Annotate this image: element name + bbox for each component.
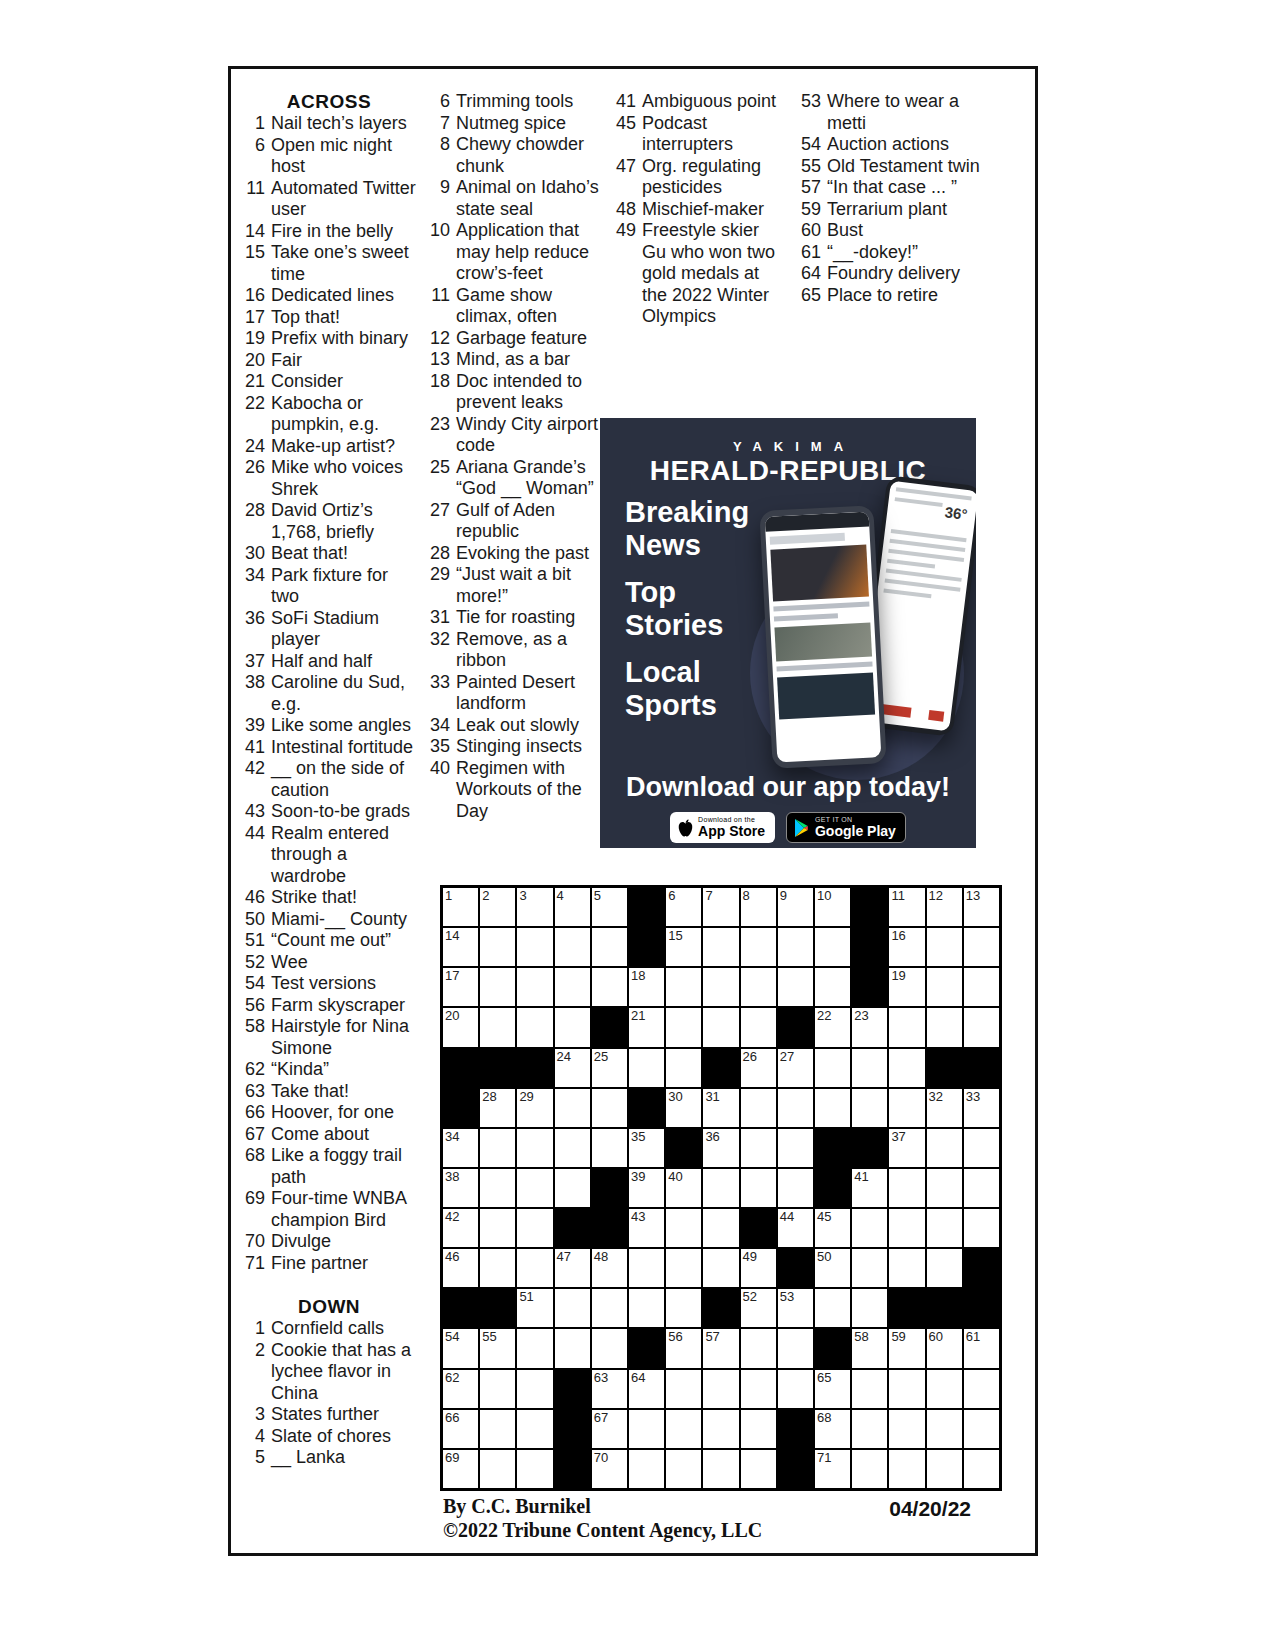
grid-cell-r12c8[interactable]: 57 [702,1328,739,1368]
clue-across-44: 44Realm entered through a wardrobe [239,823,419,888]
grid-cell-r11c7[interactable] [665,1288,702,1328]
grid-cell-r8c3[interactable] [516,1168,553,1208]
clue-down-4: 4Slate of chores [239,1426,419,1448]
clue-across-15: 15Take one’s sweet time [239,242,419,285]
app-store-badge[interactable]: Download on the App Store [670,812,775,843]
clue-number: 26 [239,457,271,500]
grid-cell-r3c3[interactable] [516,967,553,1007]
grid-cell-r1c8[interactable]: 7 [702,887,739,927]
grid-cell-r12c2[interactable]: 55 [479,1328,516,1368]
cell-number: 61 [966,1329,980,1344]
grid-cell-r5c10[interactable]: 27 [777,1048,814,1088]
grid-cell-r13c3[interactable] [516,1369,553,1409]
grid-cell-r10c1[interactable]: 46 [442,1248,479,1288]
grid-cell-r1c9[interactable]: 8 [740,887,777,927]
newspaper-puzzle-page: { "game": "crossword", "headers": { "acr… [0,0,1265,1638]
grid-cell-r6c6 [628,1088,665,1128]
grid-cell-r13c13[interactable] [888,1369,925,1409]
clue-text: Take one’s sweet time [271,242,419,285]
clue-across-39: 39Like some angles [239,715,419,737]
clue-section: 53Where to wear a metti54Auction actions… [795,91,981,306]
grid-cell-r11c12[interactable] [851,1288,888,1328]
grid-cell-r14c9[interactable] [740,1409,777,1449]
cell-number: 47 [557,1249,571,1264]
grid-cell-r6c3[interactable]: 29 [516,1088,553,1128]
clue-across-36: 36SoFi Stadium player [239,608,419,651]
grid-cell-r5c9[interactable]: 26 [740,1048,777,1088]
grid-cell-r7c5[interactable] [591,1128,628,1168]
grid-cell-r1c10[interactable]: 9 [777,887,814,927]
grid-cell-r6c1 [442,1088,479,1128]
grid-cell-r13c5[interactable]: 63 [591,1369,628,1409]
grid-cell-r4c15[interactable] [963,1007,1000,1047]
clue-text: Prefix with binary [271,328,419,350]
clue-number: 1 [239,1318,271,1340]
cell-number: 59 [891,1329,905,1344]
grid-cell-r10c12[interactable] [851,1248,888,1288]
grid-cell-r12c14[interactable]: 60 [926,1328,963,1368]
grid-cell-r2c4[interactable] [554,927,591,967]
clue-number: 28 [239,500,271,543]
grid-cell-r1c1[interactable]: 1 [442,887,479,927]
grid-cell-r11c4[interactable] [554,1288,591,1328]
grid-cell-r2c5[interactable] [591,927,628,967]
grid-cell-r7c7 [665,1128,702,1168]
clue-number: 29 [424,564,456,607]
grid-cell-r8c1[interactable]: 38 [442,1168,479,1208]
grid-cell-r4c12[interactable]: 23 [851,1007,888,1047]
ad-feature: Breaking News [625,496,765,562]
clue-section: 6Trimming tools7Nutmeg spice8Chewy chowd… [424,91,599,822]
clue-across-54: 54Test versions [239,973,419,995]
copyright-line: ©2022 Tribune Content Agency, LLC [443,1519,762,1542]
grid-cell-r2c7[interactable]: 15 [665,927,702,967]
clue-across-17: 17Top that! [239,307,419,329]
grid-cell-r8c13[interactable] [888,1168,925,1208]
grid-cell-r6c12[interactable] [851,1088,888,1128]
grid-cell-r15c14[interactable] [926,1449,963,1489]
grid-cell-r14c1[interactable]: 66 [442,1409,479,1449]
clue-number: 70 [239,1231,271,1253]
grid-cell-r9c3[interactable] [516,1208,553,1248]
grid-cell-r3c5[interactable] [591,967,628,1007]
grid-cell-r1c2[interactable]: 2 [479,887,516,927]
clue-column-2: 6Trimming tools7Nutmeg spice8Chewy chowd… [424,91,599,822]
clue-number: 51 [239,930,271,952]
grid-cell-r3c10[interactable] [777,967,814,1007]
clue-number: 57 [795,177,827,199]
cell-number: 22 [817,1008,831,1023]
clue-number: 10 [424,220,456,285]
grid-cell-r13c11[interactable]: 65 [814,1369,851,1409]
clue-across-38: 38Caroline du Sud, e.g. [239,672,419,715]
grid-cell-r10c4[interactable]: 47 [554,1248,591,1288]
cell-number: 33 [966,1089,980,1104]
cell-number: 62 [445,1370,459,1385]
grid-cell-r13c1[interactable]: 62 [442,1369,479,1409]
clue-number: 3 [239,1404,271,1426]
grid-cell-r3c9[interactable] [740,967,777,1007]
grid-cell-r1c7[interactable]: 6 [665,887,702,927]
grid-cell-r11c2 [479,1288,516,1328]
grid-cell-r11c5[interactable] [591,1288,628,1328]
clue-down-3: 3States further [239,1404,419,1426]
grid-cell-r8c15[interactable] [963,1168,1000,1208]
grid-cell-r1c3[interactable]: 3 [516,887,553,927]
clue-number: 27 [424,500,456,543]
grid-cell-r15c3[interactable] [516,1449,553,1489]
grid-cell-r13c9[interactable] [740,1369,777,1409]
phone-screen [765,511,882,762]
google-play-badge[interactable]: GET IT ON Google Play [786,812,906,843]
grid-cell-r13c7[interactable] [665,1369,702,1409]
grid-cell-r13c6[interactable]: 64 [628,1369,665,1409]
grid-cell-r8c10[interactable] [777,1168,814,1208]
grid-cell-r8c5 [591,1168,628,1208]
grid-cell-r14c13[interactable] [888,1409,925,1449]
grid-cell-r4c1[interactable]: 20 [442,1007,479,1047]
clue-number: 36 [239,608,271,651]
grid-cell-r7c9[interactable] [740,1128,777,1168]
grid-cell-r14c5[interactable]: 67 [591,1409,628,1449]
clue-across-41: 41Intestinal fortitude [239,737,419,759]
grid-cell-r15c7[interactable] [665,1449,702,1489]
grid-cell-r13c12[interactable] [851,1369,888,1409]
clue-number: 5 [239,1447,271,1469]
cell-number: 9 [780,888,787,903]
grid-cell-r12c10[interactable] [777,1328,814,1368]
grid-cell-r13c10[interactable] [777,1369,814,1409]
clue-number: 39 [239,715,271,737]
grid-cell-r14c15[interactable] [963,1409,1000,1449]
grid-cell-r12c12[interactable]: 58 [851,1328,888,1368]
clue-across-66: 66Hoover, for one [239,1102,419,1124]
grid-cell-r6c15[interactable]: 33 [963,1088,1000,1128]
clue-down-64: 64Foundry delivery [795,263,981,285]
grid-cell-r9c8[interactable] [702,1208,739,1248]
grid-cell-r14c6[interactable] [628,1409,665,1449]
grid-cell-r13c2[interactable] [479,1369,516,1409]
clue-number: 68 [239,1145,271,1188]
grid-cell-r7c8[interactable]: 36 [702,1128,739,1168]
grid-cell-r10c8[interactable] [702,1248,739,1288]
grid-cell-r15c15[interactable] [963,1449,1000,1489]
cell-number: 67 [594,1410,608,1425]
grid-cell-r6c5[interactable] [591,1088,628,1128]
clue-across-67: 67Come about [239,1124,419,1146]
grid-cell-r4c8[interactable] [702,1007,739,1047]
grid-cell-r15c5[interactable]: 70 [591,1449,628,1489]
cell-number: 58 [854,1329,868,1344]
grid-cell-r5c5[interactable]: 25 [591,1048,628,1088]
grid-cell-r3c6[interactable]: 18 [628,967,665,1007]
cell-number: 41 [854,1169,868,1184]
grid-cell-r1c11[interactable]: 10 [814,887,851,927]
grid-cell-r6c11[interactable] [814,1088,851,1128]
grid-cell-r15c2[interactable] [479,1449,516,1489]
grid-cell-r10c9[interactable]: 49 [740,1248,777,1288]
grid-cell-r2c15[interactable] [963,927,1000,967]
clue-text: Hairstyle for Nina Simone [271,1016,419,1059]
grid-cell-r8c8[interactable] [702,1168,739,1208]
grid-cell-r14c14[interactable] [926,1409,963,1449]
grid-cell-r15c13[interactable] [888,1449,925,1489]
grid-cell-r7c14[interactable] [926,1128,963,1168]
grid-cell-r10c14[interactable] [926,1248,963,1288]
grid-cell-r10c3[interactable] [516,1248,553,1288]
cell-number: 15 [668,928,682,943]
grid-cell-r8c4[interactable] [554,1168,591,1208]
grid-cell-r11c11[interactable] [814,1288,851,1328]
grid-cell-r12c9[interactable] [740,1328,777,1368]
clue-across-1: 1Nail tech’s layers [239,113,419,135]
grid-cell-r9c2[interactable] [479,1208,516,1248]
grid-cell-r9c11[interactable]: 45 [814,1208,851,1248]
grid-cell-r8c2[interactable] [479,1168,516,1208]
cell-number: 28 [482,1089,496,1104]
clue-number: 7 [424,113,456,135]
clue-number: 54 [239,973,271,995]
phone-mockups: 36° [748,466,976,776]
grid-cell-r14c11[interactable]: 68 [814,1409,851,1449]
grid-cell-r9c1[interactable]: 42 [442,1208,479,1248]
grid-cell-r7c10[interactable] [777,1128,814,1168]
clue-number: 42 [239,758,271,801]
grid-cell-r15c6[interactable] [628,1449,665,1489]
cell-number: 17 [445,968,459,983]
grid-cell-r12c7[interactable]: 56 [665,1328,702,1368]
grid-cell-r14c12[interactable] [851,1409,888,1449]
clue-text: Application that may help reduce crow’s-… [456,220,599,285]
phone-mockup-news [759,505,886,769]
grid-cell-r4c6[interactable]: 21 [628,1007,665,1047]
grid-cell-r4c2[interactable] [479,1007,516,1047]
grid-cell-r6c7[interactable]: 30 [665,1088,702,1128]
grid-cell-r12c13[interactable]: 59 [888,1328,925,1368]
clue-column-1: ACROSS1Nail tech’s layers6Open mic night… [239,91,419,1469]
clue-text: Remove, as a ribbon [456,629,599,672]
clue-down-57: 57“In that case ... ” [795,177,981,199]
grid-cell-r4c7[interactable] [665,1007,702,1047]
cell-number: 34 [445,1129,459,1144]
clue-text: “__-dokey!” [827,242,981,264]
grid-cell-r10c7[interactable] [665,1248,702,1288]
cell-number: 30 [668,1089,682,1104]
grid-cell-r7c15[interactable] [963,1128,1000,1168]
grid-cell-r15c11[interactable]: 71 [814,1449,851,1489]
grid-cell-r7c3[interactable] [516,1128,553,1168]
grid-cell-r4c14[interactable] [926,1007,963,1047]
clue-text: Leak out slowly [456,715,599,737]
grid-cell-r6c13[interactable] [888,1088,925,1128]
grid-cell-r6c9[interactable] [740,1088,777,1128]
grid-cell-r13c8[interactable] [702,1369,739,1409]
grid-cell-r3c14[interactable] [926,967,963,1007]
grid-cell-r14c4 [554,1409,591,1449]
cell-number: 60 [929,1329,943,1344]
grid-cell-r9c7[interactable] [665,1208,702,1248]
cell-number: 10 [817,888,831,903]
grid-cell-r3c15[interactable] [963,967,1000,1007]
grid-cell-r2c14[interactable] [926,927,963,967]
grid-cell-r5c7[interactable] [665,1048,702,1088]
clue-across-20: 20Fair [239,350,419,372]
cell-number: 8 [743,888,750,903]
grid-cell-r6c4[interactable] [554,1088,591,1128]
grid-cell-r1c5[interactable]: 5 [591,887,628,927]
grid-cell-r9c12[interactable] [851,1208,888,1248]
clue-text: Ariana Grande’s “God __ Woman” [456,457,599,500]
clue-number: 21 [239,371,271,393]
clue-across-11: 11Automated Twitter user [239,178,419,221]
grid-cell-r4c9[interactable] [740,1007,777,1047]
grid-cell-r13c14[interactable] [926,1369,963,1409]
clue-text: Caroline du Sud, e.g. [271,672,419,715]
grid-cell-r3c13[interactable]: 19 [888,967,925,1007]
grid-cell-r14c7[interactable] [665,1409,702,1449]
cell-number: 70 [594,1450,608,1465]
clue-section: 41Ambiguous point45Podcast interrupters4… [610,91,782,328]
clue-text: Fine partner [271,1253,419,1275]
grid-cell-r2c1[interactable]: 14 [442,927,479,967]
grid-cell-r14c8[interactable] [702,1409,739,1449]
grid-cell-r11c14 [926,1288,963,1328]
grid-cell-r5c11[interactable] [814,1048,851,1088]
clue-text: __ Lanka [271,1447,419,1469]
grid-cell-r3c1[interactable]: 17 [442,967,479,1007]
grid-cell-r15c9[interactable] [740,1449,777,1489]
grid-cell-r2c3[interactable] [516,927,553,967]
grid-cell-r4c3[interactable] [516,1007,553,1047]
clue-number: 19 [239,328,271,350]
grid-cell-r7c4[interactable] [554,1128,591,1168]
grid-cell-r7c6[interactable]: 35 [628,1128,665,1168]
grid-cell-r1c13[interactable]: 11 [888,887,925,927]
clue-text: Divulge [271,1231,419,1253]
grid-cell-r5c1 [442,1048,479,1088]
cell-number: 38 [445,1169,459,1184]
grid-cell-r2c9[interactable] [740,927,777,967]
grid-cell-r7c13[interactable]: 37 [888,1128,925,1168]
grid-cell-r9c6[interactable]: 43 [628,1208,665,1248]
clue-number: 60 [795,220,827,242]
grid-cell-r1c4[interactable]: 4 [554,887,591,927]
cell-number: 69 [445,1450,459,1465]
grid-cell-r13c4 [554,1369,591,1409]
grid-cell-r12c1[interactable]: 54 [442,1328,479,1368]
grid-cell-r5c13[interactable] [888,1048,925,1088]
grid-cell-r14c2[interactable] [479,1409,516,1449]
grid-cell-r14c3[interactable] [516,1409,553,1449]
cell-number: 3 [519,888,526,903]
grid-cell-r10c6[interactable] [628,1248,665,1288]
grid-cell-r3c2[interactable] [479,967,516,1007]
grid-cell-r4c10 [777,1007,814,1047]
app-promo-ad: YAKIMA HERALD-REPUBLIC Breaking NewsTop … [600,418,976,848]
grid-cell-r7c2[interactable] [479,1128,516,1168]
grid-cell-r1c15[interactable]: 13 [963,887,1000,927]
grid-cell-r15c12[interactable] [851,1449,888,1489]
grid-cell-r2c10[interactable] [777,927,814,967]
grid-cell-r9c13[interactable] [888,1208,925,1248]
grid-cell-r12c5[interactable] [591,1328,628,1368]
grid-cell-r8c9[interactable] [740,1168,777,1208]
grid-cell-r15c1[interactable]: 69 [442,1449,479,1489]
grid-cell-r6c10[interactable] [777,1088,814,1128]
grid-cell-r6c2[interactable]: 28 [479,1088,516,1128]
clue-text: Podcast interrupters [642,113,782,156]
grid-cell-r2c2[interactable] [479,927,516,967]
grid-cell-r13c15[interactable] [963,1369,1000,1409]
grid-cell-r6c8[interactable]: 31 [702,1088,739,1128]
grid-cell-r9c14[interactable] [926,1208,963,1248]
clue-list-header-down: DOWN [239,1296,419,1318]
grid-cell-r8c12[interactable]: 41 [851,1168,888,1208]
grid-cell-r3c11[interactable] [814,967,851,1007]
grid-cell-r3c7[interactable] [665,967,702,1007]
grid-cell-r4c4[interactable] [554,1007,591,1047]
grid-cell-r11c6[interactable] [628,1288,665,1328]
cell-number: 57 [705,1329,719,1344]
grid-cell-r12c15[interactable]: 61 [963,1328,1000,1368]
clue-number: 67 [239,1124,271,1146]
grid-cell-r4c11[interactable]: 22 [814,1007,851,1047]
cell-number: 23 [854,1008,868,1023]
grid-cell-r2c8[interactable] [702,927,739,967]
grid-cell-r3c8[interactable] [702,967,739,1007]
clue-number: 13 [424,349,456,371]
grid-cell-r8c14[interactable] [926,1168,963,1208]
grid-cell-r11c3[interactable]: 51 [516,1288,553,1328]
cell-number: 50 [817,1249,831,1264]
grid-cell-r5c4[interactable]: 24 [554,1048,591,1088]
grid-cell-r9c10[interactable]: 44 [777,1208,814,1248]
grid-cell-r11c9[interactable]: 52 [740,1288,777,1328]
clue-text: Cookie that has a lychee flavor in China [271,1340,419,1405]
cell-number: 7 [705,888,712,903]
grid-cell-r15c8[interactable] [702,1449,739,1489]
grid-cell-r5c6[interactable] [628,1048,665,1088]
grid-cell-r8c7[interactable]: 40 [665,1168,702,1208]
clue-down-65: 65Place to retire [795,285,981,307]
cell-number: 65 [817,1370,831,1385]
clue-number: 47 [610,156,642,199]
grid-cell-r1c14[interactable]: 12 [926,887,963,927]
grid-cell-r2c11[interactable] [814,927,851,967]
grid-cell-r4c13[interactable] [888,1007,925,1047]
clue-across-43: 43Soon-to-be grads [239,801,419,823]
grid-cell-r9c15[interactable] [963,1208,1000,1248]
grid-cell-r10c13[interactable] [888,1248,925,1288]
cell-number: 19 [891,968,905,983]
grid-cell-r10c5[interactable]: 48 [591,1248,628,1288]
grid-cell-r6c14[interactable]: 32 [926,1088,963,1128]
grid-cell-r12c4[interactable] [554,1328,591,1368]
grid-cell-r12c3[interactable] [516,1328,553,1368]
grid-cell-r8c6[interactable]: 39 [628,1168,665,1208]
clue-number: 65 [795,285,827,307]
grid-cell-r10c2[interactable] [479,1248,516,1288]
grid-cell-r3c4[interactable] [554,967,591,1007]
grid-cell-r10c11[interactable]: 50 [814,1248,851,1288]
grid-cell-r7c1[interactable]: 34 [442,1128,479,1168]
grid-cell-r5c12[interactable] [851,1048,888,1088]
clue-down-60: 60Bust [795,220,981,242]
grid-cell-r2c13[interactable]: 16 [888,927,925,967]
grid-cell-r11c10[interactable]: 53 [777,1288,814,1328]
grid-cell-r12c6 [628,1328,665,1368]
clue-down-7: 7Nutmeg spice [424,113,599,135]
